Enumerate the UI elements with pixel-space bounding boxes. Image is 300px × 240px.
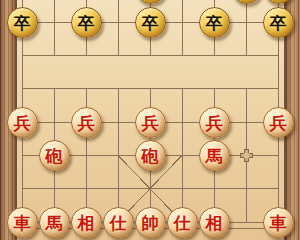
piece-red-soldier[interactable]: 兵 (71, 107, 102, 138)
marker-center-dot (244, 153, 249, 158)
piece-glyph: 兵 (8, 108, 37, 137)
piece-glyph: 仕 (104, 208, 133, 237)
piece-red-elephant[interactable]: 相 (71, 207, 102, 238)
piece-red-advisor[interactable]: 仕 (167, 207, 198, 238)
piece-glyph: 馬 (40, 208, 69, 237)
piece-glyph: 卒 (8, 8, 37, 37)
piece-glyph: 車 (264, 208, 293, 237)
piece-black-soldier[interactable]: 卒 (199, 7, 230, 38)
piece-glyph: 仕 (168, 208, 197, 237)
last-move-origin-marker (240, 149, 253, 162)
piece-glyph: 兵 (72, 108, 101, 137)
piece-glyph: 砲 (136, 141, 165, 170)
piece-glyph: 相 (200, 208, 229, 237)
piece-glyph (264, 0, 293, 3)
piece-red-chariot[interactable]: 車 (7, 207, 38, 238)
piece-red-cannon[interactable]: 砲 (135, 140, 166, 171)
piece-glyph: 馬 (200, 141, 229, 170)
piece-black-soldier[interactable]: 卒 (7, 7, 38, 38)
piece-red-general[interactable]: 帥 (135, 207, 166, 238)
piece-glyph (232, 0, 261, 3)
piece-glyph: 帥 (136, 208, 165, 237)
piece-red-horse[interactable]: 馬 (39, 207, 70, 238)
piece-glyph: 卒 (136, 8, 165, 37)
piece-red-soldier[interactable]: 兵 (263, 107, 294, 138)
piece-red-horse[interactable]: 馬 (199, 140, 230, 171)
piece-red-soldier[interactable]: 兵 (199, 107, 230, 138)
piece-glyph: 車 (8, 208, 37, 237)
piece-glyph: 兵 (136, 108, 165, 137)
piece-glyph: 兵 (264, 108, 293, 137)
piece-red-soldier[interactable]: 兵 (7, 107, 38, 138)
piece-red-soldier[interactable]: 兵 (135, 107, 166, 138)
piece-glyph: 相 (72, 208, 101, 237)
piece-glyph (136, 0, 165, 3)
piece-red-cannon[interactable]: 砲 (39, 140, 70, 171)
piece-black-soldier[interactable]: 卒 (71, 7, 102, 38)
piece-glyph: 砲 (40, 141, 69, 170)
piece-glyph: 卒 (200, 8, 229, 37)
piece-glyph: 兵 (200, 108, 229, 137)
piece-red-advisor[interactable]: 仕 (103, 207, 134, 238)
piece-black-soldier[interactable]: 卒 (135, 7, 166, 38)
piece-red-elephant[interactable]: 相 (199, 207, 230, 238)
piece-glyph: 卒 (72, 8, 101, 37)
piece-red-chariot[interactable]: 車 (263, 207, 294, 238)
piece-glyph: 卒 (264, 8, 293, 37)
piece-black-soldier[interactable]: 卒 (263, 7, 294, 38)
xiangqi-board: 卒卒卒卒卒兵兵兵兵兵砲砲馬車馬相仕帥仕相車 (0, 0, 300, 240)
